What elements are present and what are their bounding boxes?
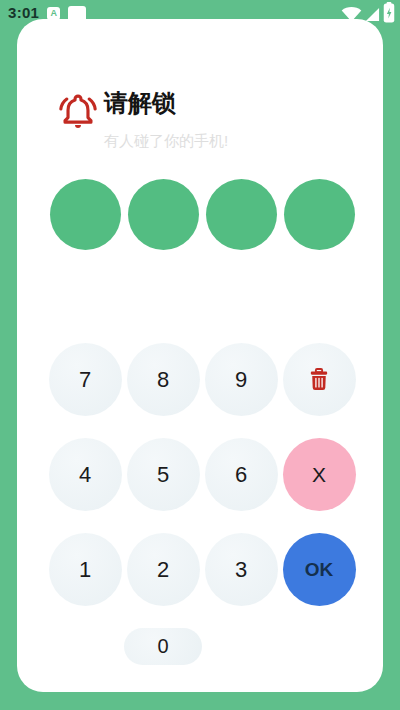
pin-dot-filled [50, 179, 121, 250]
pin-dot-row [46, 179, 358, 250]
cellular-signal-icon [365, 7, 380, 22]
key-8[interactable]: 8 [127, 343, 200, 416]
trash-icon [305, 366, 333, 394]
key-9[interactable]: 9 [205, 343, 278, 416]
page-subtitle: 有人碰了你的手机! [104, 132, 228, 151]
key-3[interactable]: 3 [205, 533, 278, 606]
key-2[interactable]: 2 [127, 533, 200, 606]
delete-key[interactable] [283, 343, 356, 416]
keypad: 7 8 9 4 5 6 X 1 2 3 OK 0 [46, 343, 358, 665]
status-bar-left: 3:01 A [8, 3, 86, 22]
status-bar-right [341, 2, 395, 23]
wifi-icon [341, 7, 362, 22]
letter-a-badge-icon: A [47, 7, 60, 20]
key-1[interactable]: 1 [49, 533, 122, 606]
key-0[interactable]: 0 [124, 628, 202, 665]
key-6[interactable]: 6 [205, 438, 278, 511]
clock-text: 3:01 [8, 4, 39, 21]
key-4[interactable]: 4 [49, 438, 122, 511]
key-5[interactable]: 5 [127, 438, 200, 511]
cancel-key[interactable]: X [283, 438, 356, 511]
status-bar: 3:01 A [0, 0, 400, 26]
unlock-card: 请解锁 有人碰了你的手机! 7 8 9 4 5 6 X 1 2 3 [17, 19, 383, 692]
battery-charging-icon [383, 2, 395, 23]
pin-dot-filled [284, 179, 355, 250]
page-title: 请解锁 [104, 87, 228, 119]
header: 请解锁 有人碰了你的手机! [104, 87, 228, 151]
key-7[interactable]: 7 [49, 343, 122, 416]
bell-ringing-icon [57, 91, 99, 133]
notification-square-icon [68, 6, 86, 22]
ok-key[interactable]: OK [283, 533, 356, 606]
pin-dot-filled [128, 179, 199, 250]
pin-dot-filled [206, 179, 277, 250]
